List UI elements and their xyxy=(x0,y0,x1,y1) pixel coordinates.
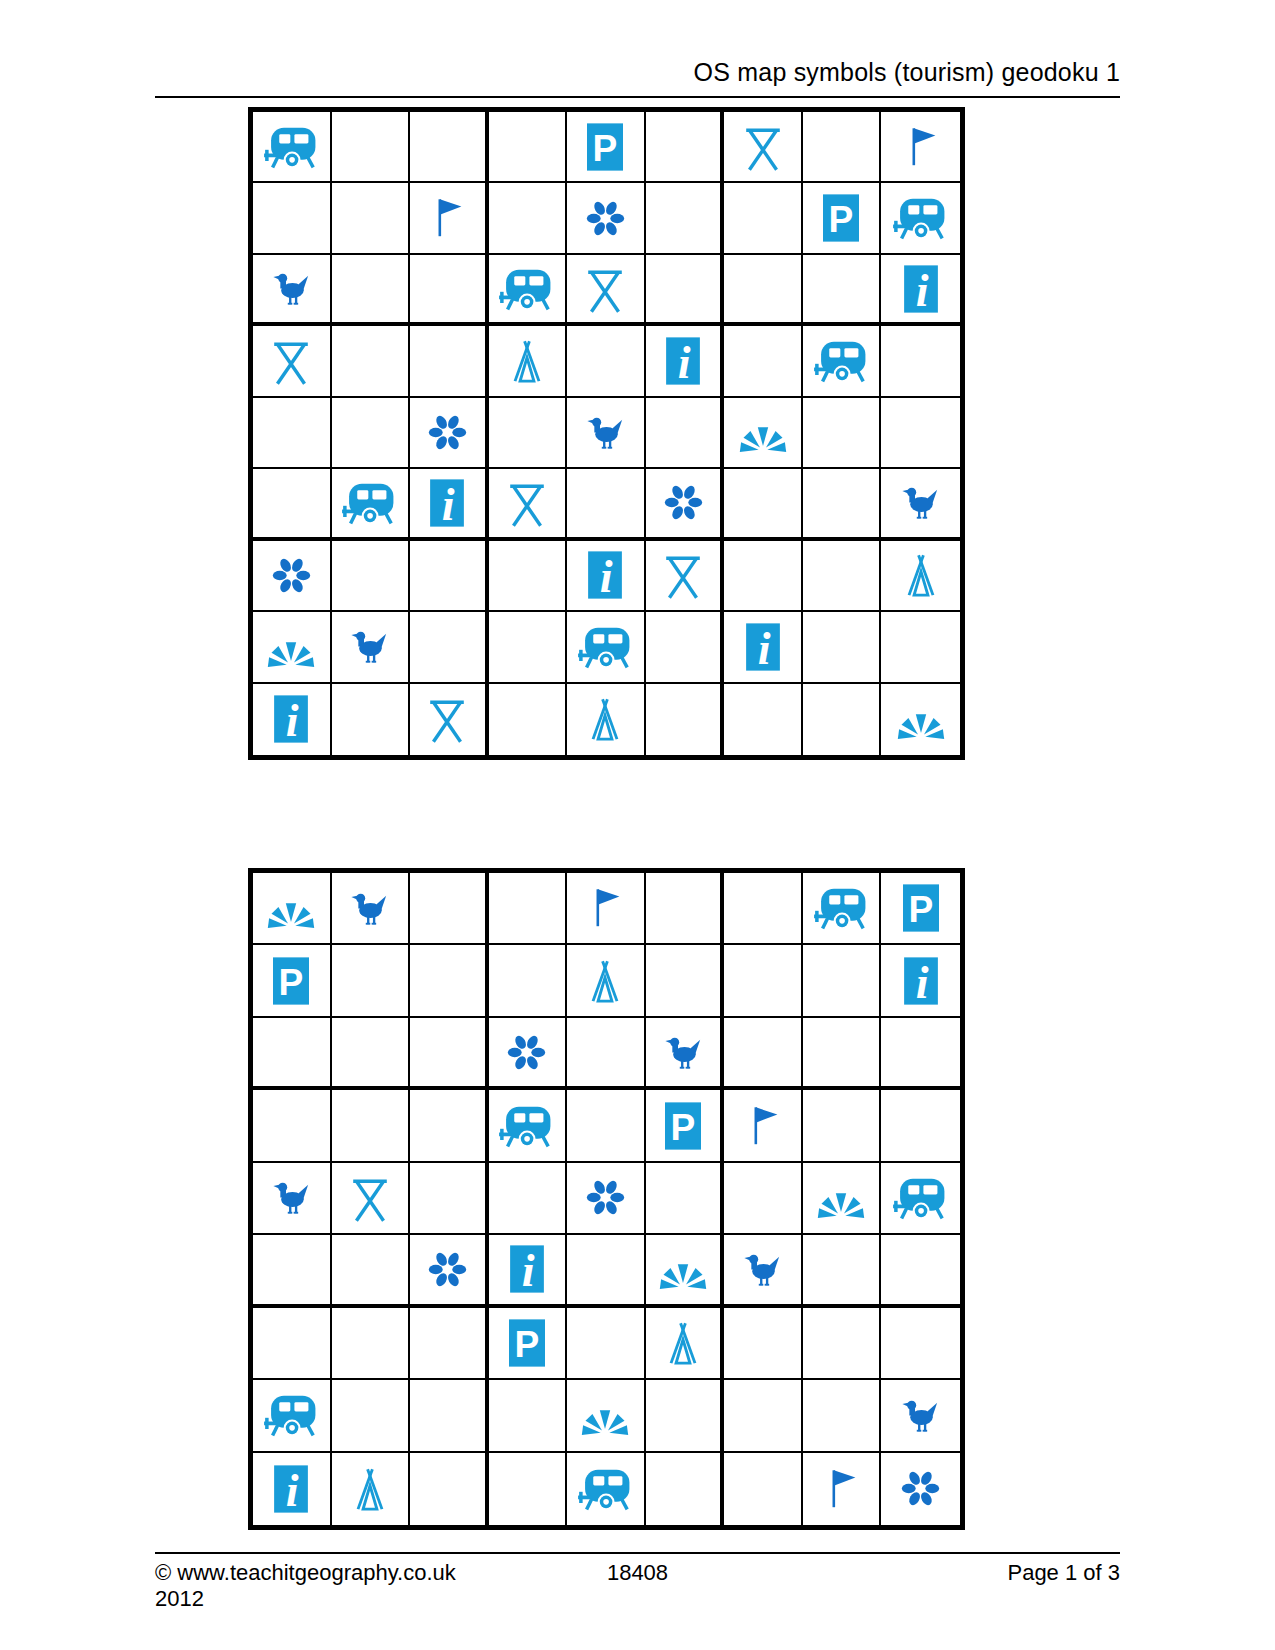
camp-site-tent-icon xyxy=(898,548,944,602)
cell-g1-r9c4[interactable] xyxy=(489,684,568,755)
cell-g1-r4c8[interactable] xyxy=(803,326,882,397)
cell-g1-r3c2[interactable] xyxy=(332,255,411,326)
cell-g2-r7c4[interactable]: P xyxy=(489,1308,568,1380)
cell-g1-r9c3[interactable] xyxy=(410,684,489,755)
caravan-site-icon xyxy=(889,1170,952,1226)
information-icon: i xyxy=(894,262,948,316)
cell-g1-r5c9[interactable] xyxy=(881,398,960,469)
camp-site-tent-icon xyxy=(582,954,628,1008)
cell-g1-r2c7[interactable] xyxy=(724,183,803,254)
cell-g2-r7c3[interactable] xyxy=(410,1308,489,1380)
flag-icon xyxy=(818,1464,864,1514)
cell-g2-r8c8[interactable] xyxy=(803,1380,882,1452)
svg-text:P: P xyxy=(279,961,304,1003)
cell-g2-r7c6[interactable] xyxy=(646,1308,725,1380)
cell-g2-r6c4[interactable]: i xyxy=(489,1235,568,1307)
svg-text:i: i xyxy=(286,1465,299,1516)
cell-g1-r3c8[interactable] xyxy=(803,255,882,326)
cell-g1-r4c4[interactable] xyxy=(489,326,568,397)
picnic-site-icon xyxy=(501,477,553,529)
information-icon: i xyxy=(500,1242,554,1296)
flower-garden-icon xyxy=(659,478,708,527)
flag-icon xyxy=(424,193,470,243)
cell-g1-r3c6[interactable] xyxy=(646,255,725,326)
cell-g2-r6c9[interactable] xyxy=(881,1235,960,1307)
cell-g1-r9c5[interactable] xyxy=(567,684,646,755)
cell-g1-r3c3[interactable] xyxy=(410,255,489,326)
cell-g2-r4c6[interactable]: P xyxy=(646,1090,725,1162)
camp-site-tent-icon xyxy=(582,692,628,746)
cell-g1-r5c1[interactable] xyxy=(253,398,332,469)
cell-g2-r1c2[interactable] xyxy=(332,873,411,945)
picnic-site-icon xyxy=(657,549,709,601)
viewpoint-icon xyxy=(735,406,791,458)
cell-g2-r2c6[interactable] xyxy=(646,945,725,1017)
cell-g2-r5c8[interactable] xyxy=(803,1163,882,1235)
cell-g2-r9c7[interactable] xyxy=(724,1453,803,1525)
cell-g1-r6c5[interactable] xyxy=(567,469,646,540)
caravan-site-icon xyxy=(889,190,952,246)
flower-garden-icon xyxy=(423,408,472,457)
flag-icon xyxy=(898,122,944,172)
svg-text:P: P xyxy=(829,198,854,240)
cell-g2-r9c3[interactable] xyxy=(410,1453,489,1525)
cell-g2-r3c9[interactable] xyxy=(881,1018,960,1090)
cell-g2-r8c9[interactable] xyxy=(881,1380,960,1452)
cell-g1-r6c9[interactable] xyxy=(881,469,960,540)
geodoku-board-2: P P i xyxy=(248,868,965,1530)
cell-g1-r7c1[interactable] xyxy=(253,541,332,612)
cell-g1-r2c6[interactable] xyxy=(646,183,725,254)
bird-nature-reserve-icon xyxy=(268,1174,315,1221)
flower-garden-icon xyxy=(581,194,630,243)
cell-g2-r3c4[interactable] xyxy=(489,1018,568,1090)
cell-g2-r2c2[interactable] xyxy=(332,945,411,1017)
bird-nature-reserve-icon xyxy=(897,479,944,526)
cell-g1-r6c6[interactable] xyxy=(646,469,725,540)
cell-g2-r9c6[interactable] xyxy=(646,1453,725,1525)
cell-g1-r8c8[interactable] xyxy=(803,612,882,683)
viewpoint-icon xyxy=(813,1172,869,1224)
svg-text:i: i xyxy=(757,623,770,674)
svg-text:i: i xyxy=(522,1245,535,1296)
caravan-site-icon xyxy=(574,1461,637,1517)
cell-g2-r3c3[interactable] xyxy=(410,1018,489,1090)
cell-g2-r1c6[interactable] xyxy=(646,873,725,945)
cell-g2-r9c8[interactable] xyxy=(803,1453,882,1525)
svg-text:i: i xyxy=(600,551,613,602)
worksheet-page: OS map symbols (tourism) geodoku 1 P xyxy=(0,0,1275,1650)
flower-garden-icon xyxy=(423,1245,472,1294)
caravan-site-icon xyxy=(495,1098,558,1154)
svg-text:i: i xyxy=(915,264,928,315)
cell-g1-r4c6[interactable]: i xyxy=(646,326,725,397)
viewpoint-icon xyxy=(655,1243,711,1295)
cell-g2-r1c5[interactable] xyxy=(567,873,646,945)
cell-g2-r5c9[interactable] xyxy=(881,1163,960,1235)
cell-g2-r8c2[interactable] xyxy=(332,1380,411,1452)
bird-nature-reserve-icon xyxy=(346,885,393,932)
flower-garden-icon xyxy=(581,1173,630,1222)
footer-page-label: Page 1 of 3 xyxy=(764,1560,1120,1612)
cell-g2-r9c2[interactable] xyxy=(332,1453,411,1525)
cell-g2-r7c1[interactable] xyxy=(253,1308,332,1380)
cell-g1-r5c5[interactable] xyxy=(567,398,646,469)
cell-g2-r4c7[interactable] xyxy=(724,1090,803,1162)
flower-garden-icon xyxy=(896,1464,945,1513)
footer-rule xyxy=(155,1552,1120,1554)
cell-g2-r1c1[interactable] xyxy=(253,873,332,945)
cell-g2-r5c4[interactable] xyxy=(489,1163,568,1235)
footer-copyright: © www.teachitgeography.co.uk 2012 xyxy=(155,1560,511,1612)
cell-g2-r1c3[interactable] xyxy=(410,873,489,945)
cell-g1-r7c8[interactable] xyxy=(803,541,882,612)
picnic-site-icon xyxy=(344,1172,396,1224)
cell-g1-r1c6[interactable] xyxy=(646,112,725,183)
cell-g1-r3c1[interactable] xyxy=(253,255,332,326)
cell-g1-r1c8[interactable] xyxy=(803,112,882,183)
cell-g1-r7c3[interactable] xyxy=(410,541,489,612)
svg-text:i: i xyxy=(286,695,299,746)
cell-g2-r2c8[interactable] xyxy=(803,945,882,1017)
cell-g1-r2c8[interactable]: P xyxy=(803,183,882,254)
cell-g2-r4c9[interactable] xyxy=(881,1090,960,1162)
cell-g2-r8c4[interactable] xyxy=(489,1380,568,1452)
cell-g2-r4c3[interactable] xyxy=(410,1090,489,1162)
cell-g2-r4c2[interactable] xyxy=(332,1090,411,1162)
cell-g2-r7c2[interactable] xyxy=(332,1308,411,1380)
svg-text:P: P xyxy=(515,1323,540,1365)
cell-g1-r4c9[interactable] xyxy=(881,326,960,397)
parking-icon: P xyxy=(500,1316,554,1370)
bird-nature-reserve-icon xyxy=(897,1392,944,1439)
cell-g2-r8c5[interactable] xyxy=(567,1380,646,1452)
flag-icon xyxy=(582,883,628,933)
picnic-site-icon xyxy=(737,121,789,173)
cell-g2-r8c6[interactable] xyxy=(646,1380,725,1452)
cell-g2-r5c6[interactable] xyxy=(646,1163,725,1235)
caravan-site-icon xyxy=(810,333,873,389)
cell-g1-r8c5[interactable] xyxy=(567,612,646,683)
cell-g1-r4c2[interactable] xyxy=(332,326,411,397)
camp-site-tent-icon xyxy=(660,1316,706,1370)
footer: © www.teachitgeography.co.uk 2012 18408 … xyxy=(155,1560,1120,1612)
cell-g2-r1c7[interactable] xyxy=(724,873,803,945)
caravan-site-icon xyxy=(574,619,637,675)
flower-garden-icon xyxy=(502,1028,551,1077)
cell-g2-r4c5[interactable] xyxy=(567,1090,646,1162)
caravan-site-icon xyxy=(495,261,558,317)
cell-g1-r6c2[interactable] xyxy=(332,469,411,540)
information-icon: i xyxy=(264,1462,318,1516)
cell-g2-r2c7[interactable] xyxy=(724,945,803,1017)
cell-g2-r2c1[interactable]: P xyxy=(253,945,332,1017)
cell-g2-r9c5[interactable] xyxy=(567,1453,646,1525)
cell-g1-r1c2[interactable] xyxy=(332,112,411,183)
cell-g1-r8c6[interactable] xyxy=(646,612,725,683)
header-rule xyxy=(155,96,1120,98)
svg-text:i: i xyxy=(678,337,691,388)
cell-g2-r9c9[interactable] xyxy=(881,1453,960,1525)
cell-g2-r5c3[interactable] xyxy=(410,1163,489,1235)
cell-g2-r5c1[interactable] xyxy=(253,1163,332,1235)
cell-g2-r1c8[interactable] xyxy=(803,873,882,945)
cell-g1-r6c4[interactable] xyxy=(489,469,568,540)
cell-g2-r6c6[interactable] xyxy=(646,1235,725,1307)
cell-g1-r1c4[interactable] xyxy=(489,112,568,183)
cell-g1-r4c3[interactable] xyxy=(410,326,489,397)
cell-g2-r7c9[interactable] xyxy=(881,1308,960,1380)
cell-g1-r7c7[interactable] xyxy=(724,541,803,612)
cell-g1-r5c2[interactable] xyxy=(332,398,411,469)
cell-g1-r3c5[interactable] xyxy=(567,255,646,326)
cell-g1-r9c1[interactable]: i xyxy=(253,684,332,755)
cell-g2-r6c5[interactable] xyxy=(567,1235,646,1307)
cell-g1-r1c5[interactable]: P xyxy=(567,112,646,183)
cell-g2-r7c7[interactable] xyxy=(724,1308,803,1380)
cell-g1-r4c7[interactable] xyxy=(724,326,803,397)
cell-g2-r3c2[interactable] xyxy=(332,1018,411,1090)
cell-g1-r1c7[interactable] xyxy=(724,112,803,183)
bird-nature-reserve-icon xyxy=(739,1246,786,1293)
parking-icon: P xyxy=(656,1099,710,1153)
cell-g1-r1c1[interactable] xyxy=(253,112,332,183)
cell-g1-r1c9[interactable] xyxy=(881,112,960,183)
cell-g1-r8c9[interactable] xyxy=(881,612,960,683)
camp-site-tent-icon xyxy=(504,334,550,388)
cell-g2-r6c8[interactable] xyxy=(803,1235,882,1307)
flower-garden-icon xyxy=(267,551,316,600)
cell-g1-r5c8[interactable] xyxy=(803,398,882,469)
cell-g2-r5c5[interactable] xyxy=(567,1163,646,1235)
page-title: OS map symbols (tourism) geodoku 1 xyxy=(155,58,1120,87)
information-icon: i xyxy=(894,954,948,1008)
cell-g1-r2c4[interactable] xyxy=(489,183,568,254)
footer-document-number: 18408 xyxy=(511,1560,765,1612)
cell-g1-r5c6[interactable] xyxy=(646,398,725,469)
cell-g1-r7c5[interactable]: i xyxy=(567,541,646,612)
information-icon: i xyxy=(736,620,790,674)
cell-g1-r7c6[interactable] xyxy=(646,541,725,612)
cell-g2-r2c4[interactable] xyxy=(489,945,568,1017)
bird-nature-reserve-icon xyxy=(660,1029,707,1076)
cell-g2-r6c2[interactable] xyxy=(332,1235,411,1307)
cell-g1-r7c9[interactable] xyxy=(881,541,960,612)
cell-g1-r4c5[interactable] xyxy=(567,326,646,397)
cell-g2-r2c5[interactable] xyxy=(567,945,646,1017)
cell-g1-r2c5[interactable] xyxy=(567,183,646,254)
bird-nature-reserve-icon xyxy=(268,265,315,312)
cell-g1-r2c9[interactable] xyxy=(881,183,960,254)
cell-g1-r1c3[interactable] xyxy=(410,112,489,183)
geodoku-board-1: P P xyxy=(248,107,965,760)
cell-g1-r9c8[interactable] xyxy=(803,684,882,755)
cell-g1-r3c9[interactable]: i xyxy=(881,255,960,326)
cell-g1-r2c3[interactable] xyxy=(410,183,489,254)
cell-g1-r5c4[interactable] xyxy=(489,398,568,469)
cell-g1-r8c3[interactable] xyxy=(410,612,489,683)
picnic-site-icon xyxy=(265,335,317,387)
information-icon: i xyxy=(264,692,318,746)
cell-g1-r2c1[interactable] xyxy=(253,183,332,254)
cell-g2-r6c1[interactable] xyxy=(253,1235,332,1307)
cell-g1-r9c2[interactable] xyxy=(332,684,411,755)
viewpoint-icon xyxy=(577,1389,633,1441)
information-icon: i xyxy=(420,476,474,530)
cell-g2-r9c4[interactable] xyxy=(489,1453,568,1525)
cell-g2-r7c5[interactable] xyxy=(567,1308,646,1380)
bird-nature-reserve-icon xyxy=(582,409,629,456)
cell-g2-r4c4[interactable] xyxy=(489,1090,568,1162)
cell-g2-r3c8[interactable] xyxy=(803,1018,882,1090)
cell-g2-r3c1[interactable] xyxy=(253,1018,332,1090)
svg-text:i: i xyxy=(915,957,928,1008)
cell-g1-r7c2[interactable] xyxy=(332,541,411,612)
cell-g2-r8c7[interactable] xyxy=(724,1380,803,1452)
cell-g2-r3c5[interactable] xyxy=(567,1018,646,1090)
cell-g2-r9c1[interactable]: i xyxy=(253,1453,332,1525)
viewpoint-icon xyxy=(263,621,319,673)
caravan-site-icon xyxy=(260,119,323,175)
cell-g1-r8c4[interactable] xyxy=(489,612,568,683)
cell-g2-r8c3[interactable] xyxy=(410,1380,489,1452)
cell-g2-r3c7[interactable] xyxy=(724,1018,803,1090)
cell-g1-r8c7[interactable]: i xyxy=(724,612,803,683)
information-icon: i xyxy=(578,548,632,602)
cell-g2-r7c8[interactable] xyxy=(803,1308,882,1380)
svg-text:P: P xyxy=(593,127,618,169)
caravan-site-icon xyxy=(338,475,401,531)
cell-g1-r2c2[interactable] xyxy=(332,183,411,254)
cell-g2-r4c8[interactable] xyxy=(803,1090,882,1162)
picnic-site-icon xyxy=(421,693,473,745)
cell-g1-r9c6[interactable] xyxy=(646,684,725,755)
cell-g1-r9c9[interactable] xyxy=(881,684,960,755)
cell-g1-r9c7[interactable] xyxy=(724,684,803,755)
svg-text:P: P xyxy=(671,1106,696,1148)
cell-g1-r7c4[interactable] xyxy=(489,541,568,612)
camp-site-tent-icon xyxy=(347,1462,393,1516)
viewpoint-icon xyxy=(263,882,319,934)
picnic-site-icon xyxy=(579,263,631,315)
cell-g2-r5c7[interactable] xyxy=(724,1163,803,1235)
cell-g2-r5c2[interactable] xyxy=(332,1163,411,1235)
cell-g2-r1c9[interactable]: P xyxy=(881,873,960,945)
cell-g1-r6c7[interactable] xyxy=(724,469,803,540)
parking-icon: P xyxy=(814,191,868,245)
cell-g2-r2c3[interactable] xyxy=(410,945,489,1017)
cell-g1-r4c1[interactable] xyxy=(253,326,332,397)
cell-g2-r6c3[interactable] xyxy=(410,1235,489,1307)
cell-g2-r3c6[interactable] xyxy=(646,1018,725,1090)
svg-text:P: P xyxy=(908,888,933,930)
cell-g1-r8c2[interactable] xyxy=(332,612,411,683)
cell-g2-r6c7[interactable] xyxy=(724,1235,803,1307)
parking-icon: P xyxy=(264,954,318,1008)
cell-g2-r8c1[interactable] xyxy=(253,1380,332,1452)
cell-g1-r8c1[interactable] xyxy=(253,612,332,683)
cell-g1-r6c1[interactable] xyxy=(253,469,332,540)
parking-icon: P xyxy=(894,881,948,935)
viewpoint-icon xyxy=(893,693,949,745)
bird-nature-reserve-icon xyxy=(346,623,393,670)
cell-g2-r4c1[interactable] xyxy=(253,1090,332,1162)
cell-g2-r2c9[interactable]: i xyxy=(881,945,960,1017)
cell-g1-r3c7[interactable] xyxy=(724,255,803,326)
cell-g1-r6c3[interactable]: i xyxy=(410,469,489,540)
parking-icon: P xyxy=(578,120,632,174)
cell-g1-r6c8[interactable] xyxy=(803,469,882,540)
information-icon: i xyxy=(656,334,710,388)
cell-g1-r5c7[interactable] xyxy=(724,398,803,469)
cell-g2-r1c4[interactable] xyxy=(489,873,568,945)
cell-g1-r3c4[interactable] xyxy=(489,255,568,326)
svg-text:i: i xyxy=(442,479,455,530)
flag-icon xyxy=(740,1101,786,1151)
caravan-site-icon xyxy=(260,1387,323,1443)
caravan-site-icon xyxy=(810,880,873,936)
cell-g1-r5c3[interactable] xyxy=(410,398,489,469)
